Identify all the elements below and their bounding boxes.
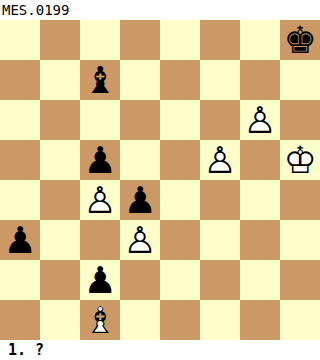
white-pawn: ♟♙ xyxy=(200,140,240,180)
square-g8[interactable] xyxy=(240,20,280,60)
square-c4[interactable]: ♟♙ xyxy=(80,180,120,220)
square-a7[interactable] xyxy=(0,60,40,100)
chess-diagram-window: MES.0199 ♚♝♟♙♟♟♙♚♔♟♙♟♟♟♙♟♝♗ 1. ? xyxy=(0,0,320,360)
diagram-footer: 1. ? xyxy=(0,340,320,360)
square-b5[interactable] xyxy=(40,140,80,180)
square-c2[interactable]: ♟ xyxy=(80,260,120,300)
black-pawn: ♟ xyxy=(120,180,160,220)
black-pawn: ♟ xyxy=(0,220,40,260)
square-e6[interactable] xyxy=(160,100,200,140)
square-a2[interactable] xyxy=(0,260,40,300)
square-e1[interactable] xyxy=(160,300,200,340)
diagram-title: MES.0199 xyxy=(0,0,69,20)
square-c7[interactable]: ♝ xyxy=(80,60,120,100)
square-h8[interactable]: ♚ xyxy=(280,20,320,60)
square-d3[interactable]: ♟♙ xyxy=(120,220,160,260)
square-a4[interactable] xyxy=(0,180,40,220)
black-bishop: ♝ xyxy=(80,60,120,100)
square-e3[interactable] xyxy=(160,220,200,260)
square-e8[interactable] xyxy=(160,20,200,60)
square-d2[interactable] xyxy=(120,260,160,300)
square-f1[interactable] xyxy=(200,300,240,340)
white-bishop: ♝♗ xyxy=(80,300,120,340)
square-d4[interactable]: ♟ xyxy=(120,180,160,220)
square-g2[interactable] xyxy=(240,260,280,300)
square-h4[interactable] xyxy=(280,180,320,220)
piece-outline-layer: ♙ xyxy=(120,220,160,260)
square-d6[interactable] xyxy=(120,100,160,140)
square-b8[interactable] xyxy=(40,20,80,60)
square-f6[interactable] xyxy=(200,100,240,140)
white-pawn: ♟♙ xyxy=(120,220,160,260)
square-e5[interactable] xyxy=(160,140,200,180)
square-c5[interactable]: ♟ xyxy=(80,140,120,180)
square-d7[interactable] xyxy=(120,60,160,100)
black-pawn: ♟ xyxy=(80,260,120,300)
square-f7[interactable] xyxy=(200,60,240,100)
piece-glyph: ♟ xyxy=(80,260,120,300)
square-a5[interactable] xyxy=(0,140,40,180)
move-prompt: 1. ? xyxy=(0,340,44,360)
square-b7[interactable] xyxy=(40,60,80,100)
square-c3[interactable] xyxy=(80,220,120,260)
square-c8[interactable] xyxy=(80,20,120,60)
square-g3[interactable] xyxy=(240,220,280,260)
piece-glyph: ♟ xyxy=(120,180,160,220)
square-b2[interactable] xyxy=(40,260,80,300)
square-h6[interactable] xyxy=(280,100,320,140)
square-d5[interactable] xyxy=(120,140,160,180)
square-h5[interactable]: ♚♔ xyxy=(280,140,320,180)
square-f5[interactable]: ♟♙ xyxy=(200,140,240,180)
piece-glyph: ♝ xyxy=(80,60,120,100)
square-f8[interactable] xyxy=(200,20,240,60)
diagram-header: MES.0199 xyxy=(0,0,320,20)
square-a1[interactable] xyxy=(0,300,40,340)
square-e7[interactable] xyxy=(160,60,200,100)
square-e2[interactable] xyxy=(160,260,200,300)
piece-glyph: ♟ xyxy=(0,220,40,260)
square-b6[interactable] xyxy=(40,100,80,140)
square-e4[interactable] xyxy=(160,180,200,220)
square-h1[interactable] xyxy=(280,300,320,340)
piece-outline-layer: ♗ xyxy=(80,300,120,340)
square-h3[interactable] xyxy=(280,220,320,260)
square-b4[interactable] xyxy=(40,180,80,220)
square-g4[interactable] xyxy=(240,180,280,220)
piece-glyph: ♟ xyxy=(80,140,120,180)
square-g7[interactable] xyxy=(240,60,280,100)
black-pawn: ♟ xyxy=(80,140,120,180)
white-king: ♚♔ xyxy=(280,140,320,180)
square-g5[interactable] xyxy=(240,140,280,180)
square-b1[interactable] xyxy=(40,300,80,340)
piece-outline-layer: ♙ xyxy=(200,140,240,180)
white-pawn: ♟♙ xyxy=(80,180,120,220)
square-b3[interactable] xyxy=(40,220,80,260)
square-f3[interactable] xyxy=(200,220,240,260)
black-king: ♚ xyxy=(280,20,320,60)
square-d8[interactable] xyxy=(120,20,160,60)
square-f4[interactable] xyxy=(200,180,240,220)
square-c6[interactable] xyxy=(80,100,120,140)
piece-outline-layer: ♙ xyxy=(240,100,280,140)
piece-outline-layer: ♔ xyxy=(280,140,320,180)
square-h2[interactable] xyxy=(280,260,320,300)
square-a3[interactable]: ♟ xyxy=(0,220,40,260)
piece-outline-layer: ♙ xyxy=(80,180,120,220)
square-g6[interactable]: ♟♙ xyxy=(240,100,280,140)
white-pawn: ♟♙ xyxy=(240,100,280,140)
square-a6[interactable] xyxy=(0,100,40,140)
square-a8[interactable] xyxy=(0,20,40,60)
square-f2[interactable] xyxy=(200,260,240,300)
chess-board: ♚♝♟♙♟♟♙♚♔♟♙♟♟♟♙♟♝♗ xyxy=(0,20,320,340)
square-c1[interactable]: ♝♗ xyxy=(80,300,120,340)
square-d1[interactable] xyxy=(120,300,160,340)
square-g1[interactable] xyxy=(240,300,280,340)
square-h7[interactable] xyxy=(280,60,320,100)
piece-glyph: ♚ xyxy=(280,20,320,60)
